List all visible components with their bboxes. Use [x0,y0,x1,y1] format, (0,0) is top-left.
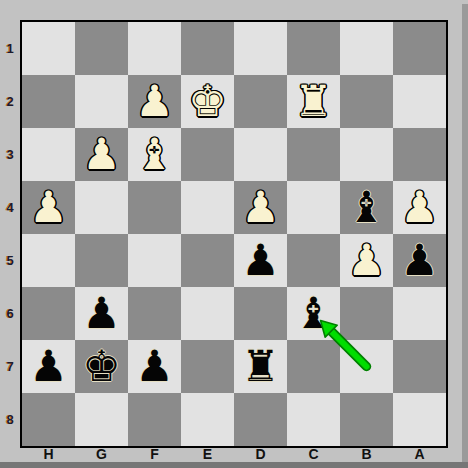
square-h7[interactable]: ♟ [22,340,75,393]
black-king-g7[interactable]: ♚ [75,340,128,393]
rank-label-7: 7 [0,340,20,393]
square-f5[interactable] [128,234,181,287]
square-g2[interactable] [75,75,128,128]
rank-label-5: 5 [0,234,20,287]
square-h1[interactable] [22,22,75,75]
square-f3[interactable]: ♝ [128,128,181,181]
file-label-b: B [340,447,393,462]
black-rook-d7[interactable]: ♜ [234,340,287,393]
square-c5[interactable] [287,234,340,287]
square-h4[interactable]: ♟ [22,181,75,234]
square-a2[interactable] [393,75,446,128]
square-h6[interactable] [22,287,75,340]
square-c1[interactable] [287,22,340,75]
square-c8[interactable] [287,393,340,446]
white-pawn-a4[interactable]: ♟ [393,181,446,234]
square-h5[interactable] [22,234,75,287]
file-label-e: E [181,447,234,462]
square-g3[interactable]: ♟ [75,128,128,181]
square-e4[interactable] [181,181,234,234]
square-b1[interactable] [340,22,393,75]
square-h3[interactable] [22,128,75,181]
square-e8[interactable] [181,393,234,446]
black-pawn-h7[interactable]: ♟ [22,340,75,393]
square-d6[interactable] [234,287,287,340]
file-labels: HGFEDCBA [22,447,446,462]
square-e7[interactable] [181,340,234,393]
square-g6[interactable]: ♟ [75,287,128,340]
square-d4[interactable]: ♟ [234,181,287,234]
file-label-c: C [287,447,340,462]
rank-label-4: 4 [0,181,20,234]
square-a6[interactable] [393,287,446,340]
file-label-g: G [75,447,128,462]
square-e6[interactable] [181,287,234,340]
square-a1[interactable] [393,22,446,75]
rank-label-1: 1 [0,22,20,75]
black-pawn-d5[interactable]: ♟ [234,234,287,287]
square-b8[interactable] [340,393,393,446]
rank-label-2: 2 [0,75,20,128]
frame-bevel-bottom [0,462,468,468]
white-pawn-d4[interactable]: ♟ [234,181,287,234]
black-bishop-c6[interactable]: ♝ [287,287,340,340]
square-f6[interactable] [128,287,181,340]
square-f2[interactable]: ♟ [128,75,181,128]
square-f4[interactable] [128,181,181,234]
square-b2[interactable] [340,75,393,128]
white-pawn-b5[interactable]: ♟ [340,234,393,287]
square-c7[interactable] [287,340,340,393]
square-c3[interactable] [287,128,340,181]
square-d7[interactable]: ♜ [234,340,287,393]
square-b5[interactable]: ♟ [340,234,393,287]
rank-labels: 12345678 [0,22,20,446]
chess-diagram: 12345678 ♟♚♜♟♝♟♟♝♟♟♟♟♟♝♟♚♟♜ HGFEDCBA [0,0,468,468]
black-pawn-g6[interactable]: ♟ [75,287,128,340]
square-c2[interactable]: ♜ [287,75,340,128]
square-d5[interactable]: ♟ [234,234,287,287]
white-pawn-g3[interactable]: ♟ [75,128,128,181]
square-h8[interactable] [22,393,75,446]
square-e1[interactable] [181,22,234,75]
white-king-e2[interactable]: ♚ [181,75,234,128]
square-g7[interactable]: ♚ [75,340,128,393]
square-d8[interactable] [234,393,287,446]
square-b7[interactable] [340,340,393,393]
square-f1[interactable] [128,22,181,75]
square-h2[interactable] [22,75,75,128]
square-d1[interactable] [234,22,287,75]
square-g4[interactable] [75,181,128,234]
square-b4[interactable]: ♝ [340,181,393,234]
square-a7[interactable] [393,340,446,393]
rank-label-8: 8 [0,393,20,446]
file-label-f: F [128,447,181,462]
square-d2[interactable] [234,75,287,128]
white-bishop-f3[interactable]: ♝ [128,128,181,181]
square-c4[interactable] [287,181,340,234]
square-f8[interactable] [128,393,181,446]
white-pawn-f2[interactable]: ♟ [128,75,181,128]
square-a5[interactable]: ♟ [393,234,446,287]
square-g8[interactable] [75,393,128,446]
black-pawn-f7[interactable]: ♟ [128,340,181,393]
square-e5[interactable] [181,234,234,287]
square-g1[interactable] [75,22,128,75]
black-bishop-b4[interactable]: ♝ [340,181,393,234]
square-a4[interactable]: ♟ [393,181,446,234]
square-b3[interactable] [340,128,393,181]
rank-label-3: 3 [0,128,20,181]
frame-bevel-right [462,4,468,468]
square-f7[interactable]: ♟ [128,340,181,393]
white-pawn-h4[interactable]: ♟ [22,181,75,234]
chess-board: ♟♚♜♟♝♟♟♝♟♟♟♟♟♝♟♚♟♜ [20,20,448,448]
square-e3[interactable] [181,128,234,181]
square-b6[interactable] [340,287,393,340]
file-label-h: H [22,447,75,462]
square-a8[interactable] [393,393,446,446]
rank-label-6: 6 [0,287,20,340]
file-label-a: A [393,447,446,462]
black-pawn-a5[interactable]: ♟ [393,234,446,287]
white-rook-c2[interactable]: ♜ [287,75,340,128]
square-g5[interactable] [75,234,128,287]
square-d3[interactable] [234,128,287,181]
file-label-d: D [234,447,287,462]
square-e2[interactable]: ♚ [181,75,234,128]
square-c6[interactable]: ♝ [287,287,340,340]
square-a3[interactable] [393,128,446,181]
